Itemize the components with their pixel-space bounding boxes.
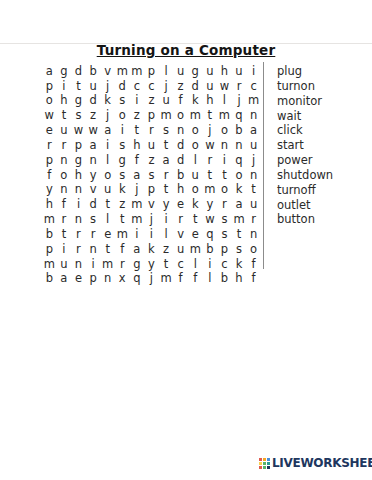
grid-cell-r13c2[interactable]: i — [57, 242, 72, 257]
grid-cell-r7c14[interactable]: q — [232, 153, 247, 168]
grid-cell-r2c4[interactable]: u — [86, 79, 101, 94]
grid-cell-r9c6[interactable]: k — [115, 183, 130, 198]
grid-cell-r14c7[interactable]: g — [130, 257, 145, 272]
grid-cell-r15c1[interactable]: b — [42, 272, 57, 287]
grid-cell-r9c9[interactable]: t — [159, 183, 174, 198]
icon-square — [259, 462, 262, 465]
grid-cell-r10c8[interactable]: v — [144, 198, 159, 213]
grid-cell-r5c7[interactable]: t — [130, 123, 145, 138]
grid-cell-r14c10[interactable]: c — [173, 257, 188, 272]
grid-cell-r8c5[interactable]: o — [100, 168, 115, 183]
grid-cell-r13c10[interactable]: u — [173, 242, 188, 257]
grid-cell-r3c3[interactable]: g — [71, 94, 86, 109]
grid-cell-r13c6[interactable]: f — [115, 242, 130, 257]
grid-cell-r5c13[interactable]: o — [217, 123, 232, 138]
icon-square — [259, 458, 262, 461]
grid-cell-r11c2[interactable]: r — [57, 212, 72, 227]
grid-cell-r14c1[interactable]: m — [42, 257, 57, 272]
grid-cell-r12c4[interactable]: r — [86, 227, 101, 242]
grid-cell-r11c9[interactable]: i — [159, 212, 174, 227]
grid-cell-r8c15[interactable]: n — [246, 168, 261, 183]
icon-square — [263, 466, 266, 469]
grid-cell-r8c2[interactable]: o — [57, 168, 72, 183]
grid-cell-r3c2[interactable]: h — [57, 94, 72, 109]
grid-cell-r12c6[interactable]: m — [115, 227, 130, 242]
grid-cell-r11c7[interactable]: m — [130, 212, 145, 227]
grid-cell-r6c2[interactable]: r — [57, 138, 72, 153]
grid-cell-r10c5[interactable]: t — [100, 198, 115, 213]
grid-cell-r1c9[interactable]: l — [159, 64, 174, 79]
grid-cell-r3c11[interactable]: k — [188, 94, 203, 109]
grid-cell-r13c3[interactable]: r — [71, 242, 86, 257]
grid-cell-r6c14[interactable]: n — [232, 138, 247, 153]
icon-square — [263, 462, 266, 465]
grid-cell-r4c3[interactable]: s — [71, 109, 86, 124]
brand-name: LIVEWORKSHEETS — [272, 457, 372, 469]
grid-cell-r10c14[interactable]: a — [232, 198, 247, 213]
grid-cell-r15c5[interactable]: n — [100, 272, 115, 287]
grid-cell-r11c1[interactable]: m — [42, 212, 57, 227]
grid-cell-r11c8[interactable]: j — [144, 212, 159, 227]
grid-cell-r7c1[interactable]: p — [42, 153, 57, 168]
grid-cell-r7c8[interactable]: z — [144, 153, 159, 168]
grid-cell-r9c1[interactable]: y — [42, 183, 57, 198]
grid-cell-r15c2[interactable]: a — [57, 272, 72, 287]
grid-cell-r4c1[interactable]: w — [42, 109, 57, 124]
grid-cell-r14c6[interactable]: r — [115, 257, 130, 272]
grid-cell-r13c1[interactable]: p — [42, 242, 57, 257]
grid-cell-r14c5[interactable]: m — [100, 257, 115, 272]
grid-cell-r2c2[interactable]: i — [57, 79, 72, 94]
colored-grid-icon — [259, 458, 270, 469]
grid-cell-r2c5[interactable]: j — [100, 79, 115, 94]
grid-cell-r4c8[interactable]: p — [144, 109, 159, 124]
grid-cell-r13c9[interactable]: z — [159, 242, 174, 257]
grid-cell-r2c7[interactable]: c — [130, 79, 145, 94]
grid-cell-r9c2[interactable]: n — [57, 183, 72, 198]
word-list-item: outlet — [277, 198, 333, 213]
grid-cell-r7c15[interactable]: j — [246, 153, 261, 168]
grid-cell-r2c11[interactable]: d — [188, 79, 203, 94]
grid-cell-r7c3[interactable]: g — [71, 153, 86, 168]
grid-cell-r8c12[interactable]: t — [203, 168, 218, 183]
grid-cell-r7c5[interactable]: l — [100, 153, 115, 168]
grid-cell-r2c12[interactable]: u — [203, 79, 218, 94]
grid-cell-r1c12[interactable]: u — [203, 64, 218, 79]
grid-cell-r3c5[interactable]: k — [100, 94, 115, 109]
grid-cell-r12c7[interactable]: i — [130, 227, 145, 242]
grid-cell-r8c11[interactable]: u — [188, 168, 203, 183]
grid-cell-r11c12[interactable]: w — [203, 212, 218, 227]
grid-cell-r3c6[interactable]: s — [115, 94, 130, 109]
grid-cell-r10c1[interactable]: h — [42, 198, 57, 213]
word-list-item: turnon — [277, 79, 333, 94]
grid-cell-r6c13[interactable]: n — [217, 138, 232, 153]
word-list-item: power — [277, 153, 333, 168]
grid-cell-r13c5[interactable]: t — [100, 242, 115, 257]
grid-cell-r3c14[interactable]: j — [232, 94, 247, 109]
grid-cell-r9c14[interactable]: k — [232, 183, 247, 198]
grid-cell-r8c10[interactable]: b — [173, 168, 188, 183]
grid-cell-r10c13[interactable]: r — [217, 198, 232, 213]
grid-cell-r9c12[interactable]: m — [203, 183, 218, 198]
grid-cell-r12c1[interactable]: b — [42, 227, 57, 242]
grid-cell-r11c15[interactable]: r — [246, 212, 261, 227]
grid-cell-r14c11[interactable]: l — [188, 257, 203, 272]
grid-cell-r15c11[interactable]: f — [188, 272, 203, 287]
grid-cell-r1c4[interactable]: b — [86, 64, 101, 79]
grid-cell-r4c4[interactable]: z — [86, 109, 101, 124]
grid-cell-r1c2[interactable]: g — [57, 64, 72, 79]
grid-cell-r6c15[interactable]: u — [246, 138, 261, 153]
grid-cell-r7c7[interactable]: f — [130, 153, 145, 168]
grid-cell-r3c10[interactable]: f — [173, 94, 188, 109]
grid-cell-r10c9[interactable]: y — [159, 198, 174, 213]
grid-cell-r4c13[interactable]: m — [217, 109, 232, 124]
grid-cell-r5c15[interactable]: a — [246, 123, 261, 138]
grid-cell-r5c8[interactable]: r — [144, 123, 159, 138]
grid-cell-r4c7[interactable]: z — [130, 109, 145, 124]
grid-cell-r6c6[interactable]: s — [115, 138, 130, 153]
grid-cell-r3c12[interactable]: h — [203, 94, 218, 109]
grid-cell-r9c8[interactable]: p — [144, 183, 159, 198]
word-list-item: start — [277, 138, 333, 153]
grid-cell-r2c3[interactable]: t — [71, 79, 86, 94]
word-list: plugturnonmonitorwaitclickstartpowershut… — [277, 64, 333, 227]
grid-cell-r2c8[interactable]: c — [144, 79, 159, 94]
grid-cell-r10c10[interactable]: e — [173, 198, 188, 213]
grid-cell-r1c5[interactable]: v — [100, 64, 115, 79]
grid-cell-r13c11[interactable]: m — [188, 242, 203, 257]
grid-cell-r2c9[interactable]: j — [159, 79, 174, 94]
grid-cell-r14c4[interactable]: i — [86, 257, 101, 272]
grid-cell-r6c1[interactable]: r — [42, 138, 57, 153]
grid-cell-r11c3[interactable]: n — [71, 212, 86, 227]
grid-cell-r12c8[interactable]: i — [144, 227, 159, 242]
grid-cell-r12c5[interactable]: e — [100, 227, 115, 242]
grid-cell-r3c9[interactable]: u — [159, 94, 174, 109]
puzzle-title: Turning on a Computer — [0, 42, 372, 58]
word-list-item: turnoff — [277, 183, 333, 198]
grid-cell-r4c12[interactable]: t — [203, 109, 218, 124]
grid-cell-r11c11[interactable]: t — [188, 212, 203, 227]
grid-cell-r11c6[interactable]: t — [115, 212, 130, 227]
grid-cell-r13c8[interactable]: k — [144, 242, 159, 257]
grid-cell-r13c7[interactable]: a — [130, 242, 145, 257]
grid-cell-r1c8[interactable]: p — [144, 64, 159, 79]
grid-cell-r15c15[interactable]: f — [246, 272, 261, 287]
grid-cell-r3c13[interactable]: l — [217, 94, 232, 109]
grid-cell-r4c14[interactable]: q — [232, 109, 247, 124]
grid-cell-r14c8[interactable]: y — [144, 257, 159, 272]
liveworksheets-logo[interactable]: LIVEWORKSHEETS — [259, 457, 372, 469]
grid-cell-r6c8[interactable]: u — [144, 138, 159, 153]
grid-cell-r12c12[interactable]: q — [203, 227, 218, 242]
grid-cell-r15c6[interactable]: x — [115, 272, 130, 287]
grid-cell-r4c10[interactable]: o — [173, 109, 188, 124]
grid-cell-r15c7[interactable]: q — [130, 272, 145, 287]
grid-cell-r9c13[interactable]: o — [217, 183, 232, 198]
grid-cell-r7c9[interactable]: a — [159, 153, 174, 168]
grid-cell-r5c5[interactable]: a — [100, 123, 115, 138]
grid-cell-r13c15[interactable]: o — [246, 242, 261, 257]
grid-cell-r7c10[interactable]: d — [173, 153, 188, 168]
grid-cell-r3c8[interactable]: z — [144, 94, 159, 109]
grid-cell-r15c12[interactable]: l — [203, 272, 218, 287]
grid-cell-r2c13[interactable]: w — [217, 79, 232, 94]
icon-square — [263, 458, 266, 461]
grid-cell-r12c15[interactable]: n — [246, 227, 261, 242]
grid-cell-r12c3[interactable]: r — [71, 227, 86, 242]
grid-cell-r15c13[interactable]: b — [217, 272, 232, 287]
grid-cell-r7c12[interactable]: r — [203, 153, 218, 168]
grid-cell-r7c4[interactable]: n — [86, 153, 101, 168]
grid-cell-r8c6[interactable]: s — [115, 168, 130, 183]
grid-cell-r1c13[interactable]: h — [217, 64, 232, 79]
grid-cell-r5c11[interactable]: o — [188, 123, 203, 138]
grid-cell-r5c10[interactable]: n — [173, 123, 188, 138]
grid-cell-r1c11[interactable]: g — [188, 64, 203, 79]
grid-cell-r5c4[interactable]: w — [86, 123, 101, 138]
grid-cell-r11c13[interactable]: s — [217, 212, 232, 227]
grid-cell-r1c14[interactable]: u — [232, 64, 247, 79]
grid-cell-r9c5[interactable]: u — [100, 183, 115, 198]
grid-cell-r14c9[interactable]: t — [159, 257, 174, 272]
icon-square — [267, 466, 270, 469]
grid-cell-r3c1[interactable]: o — [42, 94, 57, 109]
grid-cell-r14c2[interactable]: u — [57, 257, 72, 272]
grid-cell-r8c8[interactable]: s — [144, 168, 159, 183]
grid-cell-r6c11[interactable]: o — [188, 138, 203, 153]
grid-cell-r9c10[interactable]: h — [173, 183, 188, 198]
grid-cell-r8c9[interactable]: r — [159, 168, 174, 183]
grid-cell-r10c11[interactable]: k — [188, 198, 203, 213]
grid-cell-r4c15[interactable]: n — [246, 109, 261, 124]
grid-cell-r12c2[interactable]: t — [57, 227, 72, 242]
grid-cell-r1c3[interactable]: d — [71, 64, 86, 79]
grid-cell-r8c1[interactable]: f — [42, 168, 57, 183]
grid-cell-r5c14[interactable]: b — [232, 123, 247, 138]
grid-wordlist-divider — [263, 62, 264, 269]
grid-cell-r12c9[interactable]: l — [159, 227, 174, 242]
grid-cell-r10c4[interactable]: d — [86, 198, 101, 213]
grid-cell-r8c4[interactable]: y — [86, 168, 101, 183]
grid-cell-r11c4[interactable]: s — [86, 212, 101, 227]
grid-cell-r8c3[interactable]: h — [71, 168, 86, 183]
grid-cell-r8c7[interactable]: a — [130, 168, 145, 183]
grid-cell-r15c14[interactable]: h — [232, 272, 247, 287]
word-list-item: shutdown — [277, 168, 333, 183]
grid-cell-r7c6[interactable]: g — [115, 153, 130, 168]
grid-cell-r7c2[interactable]: n — [57, 153, 72, 168]
grid-cell-r10c7[interactable]: m — [130, 198, 145, 213]
grid-cell-r13c4[interactable]: n — [86, 242, 101, 257]
grid-cell-r1c15[interactable]: i — [246, 64, 261, 79]
grid-cell-r5c2[interactable]: u — [57, 123, 72, 138]
grid-cell-r14c12[interactable]: i — [203, 257, 218, 272]
grid-cell-r12c13[interactable]: s — [217, 227, 232, 242]
grid-cell-r9c15[interactable]: t — [246, 183, 261, 198]
grid-cell-r10c6[interactable]: z — [115, 198, 130, 213]
word-list-item: click — [277, 123, 333, 138]
grid-cell-r10c2[interactable]: f — [57, 198, 72, 213]
grid-cell-r13c12[interactable]: b — [203, 242, 218, 257]
grid-cell-r9c3[interactable]: n — [71, 183, 86, 198]
word-list-item: button — [277, 212, 333, 227]
grid-cell-r13c13[interactable]: p — [217, 242, 232, 257]
grid-cell-r4c5[interactable]: j — [100, 109, 115, 124]
grid-cell-r14c13[interactable]: c — [217, 257, 232, 272]
grid-cell-r10c3[interactable]: i — [71, 198, 86, 213]
grid-cell-r2c15[interactable]: c — [246, 79, 261, 94]
grid-cell-r8c13[interactable]: t — [217, 168, 232, 183]
grid-cell-r5c3[interactable]: w — [71, 123, 86, 138]
grid-cell-r12c14[interactable]: t — [232, 227, 247, 242]
grid-cell-r1c1[interactable]: a — [42, 64, 57, 79]
grid-cell-r8c14[interactable]: o — [232, 168, 247, 183]
icon-square — [267, 462, 270, 465]
grid-cell-r11c10[interactable]: r — [173, 212, 188, 227]
grid-cell-r13c14[interactable]: s — [232, 242, 247, 257]
grid-cell-r1c6[interactable]: m — [115, 64, 130, 79]
grid-cell-r11c5[interactable]: l — [100, 212, 115, 227]
word-search-grid: agdbvmmpluguhuipitujdccjzduwrcohgdksizuf… — [42, 64, 261, 287]
grid-cell-r10c15[interactable]: u — [246, 198, 261, 213]
grid-cell-r15c3[interactable]: e — [71, 272, 86, 287]
grid-cell-r5c6[interactable]: i — [115, 123, 130, 138]
grid-cell-r3c7[interactable]: i — [130, 94, 145, 109]
grid-cell-r1c7[interactable]: m — [130, 64, 145, 79]
grid-cell-r6c5[interactable]: i — [100, 138, 115, 153]
grid-cell-r4c9[interactable]: m — [159, 109, 174, 124]
worksheet-page: Turning on a Computer agdbvmmpluguhuipit… — [0, 0, 372, 480]
grid-cell-r5c9[interactable]: s — [159, 123, 174, 138]
grid-cell-r2c1[interactable]: p — [42, 79, 57, 94]
grid-cell-r9c7[interactable]: j — [130, 183, 145, 198]
grid-cell-r3c15[interactable]: m — [246, 94, 261, 109]
grid-cell-r5c12[interactable]: j — [203, 123, 218, 138]
word-list-item: monitor — [277, 94, 333, 109]
grid-cell-r6c4[interactable]: a — [86, 138, 101, 153]
grid-cell-r15c10[interactable]: f — [173, 272, 188, 287]
word-list-item: wait — [277, 109, 333, 124]
grid-cell-r7c13[interactable]: i — [217, 153, 232, 168]
grid-cell-r6c12[interactable]: w — [203, 138, 218, 153]
grid-cell-r6c7[interactable]: h — [130, 138, 145, 153]
grid-cell-r2c10[interactable]: z — [173, 79, 188, 94]
grid-cell-r6c3[interactable]: p — [71, 138, 86, 153]
icon-square — [267, 458, 270, 461]
grid-cell-r14c14[interactable]: k — [232, 257, 247, 272]
grid-cell-r14c3[interactable]: n — [71, 257, 86, 272]
grid-cell-r9c11[interactable]: o — [188, 183, 203, 198]
grid-cell-r11c14[interactable]: m — [232, 212, 247, 227]
grid-cell-r6c10[interactable]: d — [173, 138, 188, 153]
grid-cell-r2c6[interactable]: d — [115, 79, 130, 94]
grid-cell-r9c4[interactable]: v — [86, 183, 101, 198]
grid-cell-r5c1[interactable]: e — [42, 123, 57, 138]
grid-cell-r3c4[interactable]: d — [86, 94, 101, 109]
grid-cell-r12c10[interactable]: v — [173, 227, 188, 242]
grid-cell-r7c11[interactable]: l — [188, 153, 203, 168]
grid-cell-r12c11[interactable]: e — [188, 227, 203, 242]
word-list-item: plug — [277, 64, 333, 79]
grid-cell-r6c9[interactable]: t — [159, 138, 174, 153]
grid-cell-r10c12[interactable]: y — [203, 198, 218, 213]
grid-cell-r2c14[interactable]: r — [232, 79, 247, 94]
grid-cell-r4c11[interactable]: m — [188, 109, 203, 124]
grid-cell-r4c6[interactable]: o — [115, 109, 130, 124]
grid-cell-r15c9[interactable]: m — [159, 272, 174, 287]
grid-cell-r15c4[interactable]: p — [86, 272, 101, 287]
grid-cell-r4c2[interactable]: t — [57, 109, 72, 124]
grid-cell-r1c10[interactable]: u — [173, 64, 188, 79]
grid-cell-r14c15[interactable]: f — [246, 257, 261, 272]
icon-square — [259, 466, 262, 469]
grid-cell-r15c8[interactable]: j — [144, 272, 159, 287]
